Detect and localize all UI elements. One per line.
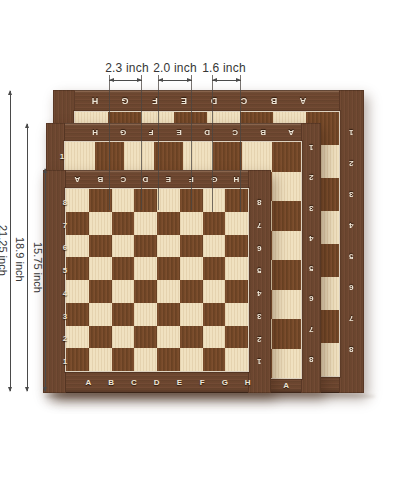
coordinate-label: A (77, 378, 100, 387)
guide-line (158, 75, 159, 210)
square-c4 (112, 280, 135, 303)
square-d4 (134, 280, 157, 303)
coordinate-label: H (225, 175, 248, 184)
square-a7 (272, 319, 302, 349)
square-d2 (134, 326, 157, 349)
square-b5 (89, 257, 112, 280)
square-d3 (134, 303, 157, 326)
coordinate-label: D (134, 175, 157, 184)
square-a6 (272, 290, 302, 320)
square-h2 (225, 326, 248, 349)
square-size-label-small: 1.6 inch (194, 61, 254, 75)
coordinate-label: 6 (309, 284, 313, 314)
coordinate-label: 5 (257, 259, 261, 282)
square-e7 (157, 212, 180, 235)
square-f2 (180, 326, 203, 349)
coordinate-label: 5 (309, 254, 313, 284)
square-b2 (89, 326, 112, 349)
coordinate-label: 7 (63, 214, 67, 237)
square-f7 (180, 212, 203, 235)
dimension-arrow-18-9-inch (27, 124, 28, 391)
coordinate-label: C (229, 96, 259, 106)
coordinate-label: 2 (309, 163, 313, 193)
coordinate-label: C (112, 175, 135, 184)
square-g6 (203, 235, 226, 258)
coordinate-label: H (80, 96, 110, 106)
square-h4 (225, 280, 248, 303)
file-labels-top: HGFEDCBA (80, 90, 318, 112)
square-g7 (203, 212, 226, 235)
dimension-arrow-2-3-inch (109, 80, 142, 81)
square-e1 (157, 348, 180, 371)
square-c2 (112, 326, 135, 349)
coordinate-label: B (259, 96, 289, 106)
coordinate-label: 8 (63, 191, 67, 214)
coordinate-label: A (66, 175, 89, 184)
square-e2 (157, 326, 180, 349)
square-e4 (157, 280, 180, 303)
coordinate-label: 3 (309, 194, 313, 224)
square-e8 (157, 189, 180, 212)
coordinate-label: 7 (309, 315, 313, 345)
chessboard-small: ABCDEFGH ABCDEFGH 87654321 87654321 (43, 170, 271, 393)
square-e6 (157, 235, 180, 258)
coordinate-label: E (165, 128, 193, 137)
coordinate-label: 6 (63, 237, 67, 260)
square-b6 (89, 235, 112, 258)
rank-labels-right: 12345678 (339, 117, 364, 365)
square-a1 (272, 142, 302, 172)
square-h3 (225, 303, 248, 326)
square-d1 (183, 142, 213, 172)
square-c1 (213, 142, 243, 172)
square-h5 (225, 257, 248, 280)
board-length-label-small: 15.75 inch (31, 221, 45, 313)
board-squares-small (66, 189, 248, 371)
coordinate-label: 3 (63, 305, 67, 328)
square-b4 (89, 280, 112, 303)
square-d5 (134, 257, 157, 280)
square-h1 (225, 348, 248, 371)
square-a4 (272, 231, 302, 261)
square-c7 (112, 212, 135, 235)
coordinate-label: A (288, 96, 318, 106)
coordinate-label: 1 (309, 133, 313, 163)
square-b1 (242, 142, 272, 172)
square-h7 (225, 212, 248, 235)
square-b1 (89, 348, 112, 371)
coordinate-label: 1 (349, 117, 353, 148)
coordinate-label: 8 (309, 345, 313, 375)
coordinate-label: E (169, 96, 199, 106)
square-g8 (203, 189, 226, 212)
square-a8 (272, 349, 302, 379)
coordinate-label: E (168, 378, 191, 387)
square-g5 (203, 257, 226, 280)
square-h6 (225, 235, 248, 258)
coordinate-label: H (81, 128, 109, 137)
guide-line (141, 75, 142, 210)
coordinate-label: D (193, 128, 221, 137)
coordinate-label: G (214, 378, 237, 387)
coordinate-label: E (157, 175, 180, 184)
coordinate-label: F (191, 378, 214, 387)
coordinate-label: F (140, 96, 170, 106)
product-image: HGFEDCBA 12345678 HGFEDCBA HGFEDCBA 1234… (0, 0, 400, 480)
board-length-label-medium: 18.9 inch (13, 221, 27, 297)
square-f5 (180, 257, 203, 280)
square-e5 (157, 257, 180, 280)
rank-labels-left: 87654321 (55, 191, 75, 373)
rank-labels-right: 12345678 (301, 133, 321, 375)
coordinate-label: 1 (60, 142, 64, 172)
coordinate-label: 8 (349, 334, 353, 365)
guide-line (212, 75, 213, 212)
square-c8 (112, 189, 135, 212)
coordinate-label: 2 (349, 148, 353, 179)
square-c6 (112, 235, 135, 258)
guide-line (240, 75, 241, 212)
square-d1 (134, 348, 157, 371)
square-d6 (134, 235, 157, 258)
coordinate-label: G (110, 96, 140, 106)
coordinate-label: D (145, 378, 168, 387)
dimension-arrow-21-25-inch (10, 91, 11, 391)
square-c3 (112, 303, 135, 326)
square-d7 (134, 212, 157, 235)
guide-line (191, 75, 192, 210)
coordinate-label: H (236, 378, 259, 387)
square-g2 (203, 326, 226, 349)
dimension-arrow-2-0-inch (158, 80, 192, 81)
square-g1 (203, 348, 226, 371)
coordinate-label: 3 (349, 179, 353, 210)
guide-line (109, 75, 110, 210)
square-b7 (89, 212, 112, 235)
file-labels-top: ABCDEFGH (66, 170, 248, 189)
dimension-arrow-15-75-inch (45, 169, 46, 391)
coordinate-label: 5 (63, 259, 67, 282)
coordinate-label: 7 (257, 214, 261, 237)
coordinate-label: 1 (63, 350, 67, 373)
coordinate-label: 8 (257, 191, 261, 214)
coordinate-label: 4 (63, 282, 67, 305)
square-f6 (180, 235, 203, 258)
board-length-label-large: 21.25 inch (0, 204, 10, 296)
square-f1 (124, 142, 154, 172)
file-labels-bottom: ABCDEFGH (77, 371, 259, 393)
square-d8 (134, 189, 157, 212)
coordinate-label: 5 (349, 241, 353, 272)
coordinate-label: B (100, 378, 123, 387)
coordinate-label: G (109, 128, 137, 137)
coordinate-label: 4 (257, 282, 261, 305)
coordinate-label: 4 (309, 224, 313, 254)
coordinate-label: B (249, 128, 277, 137)
square-a5 (272, 260, 302, 290)
square-f1 (180, 348, 203, 371)
coordinate-label: 1 (257, 350, 261, 373)
square-c5 (112, 257, 135, 280)
square-e3 (157, 303, 180, 326)
square-c1 (112, 348, 135, 371)
floor-shadow (44, 392, 376, 401)
coordinate-label: A (272, 381, 302, 390)
square-f3 (180, 303, 203, 326)
coordinate-label: 3 (257, 305, 261, 328)
square-a2 (272, 172, 302, 202)
coordinate-label: 7 (349, 303, 353, 334)
square-b3 (89, 303, 112, 326)
dimension-arrow-1-6-inch (212, 80, 241, 81)
coordinate-label: C (221, 128, 249, 137)
coordinate-label: 4 (349, 210, 353, 241)
coordinate-label: G (203, 175, 226, 184)
file-labels-top: HGFEDCBA (81, 123, 305, 142)
coordinate-label: D (199, 96, 229, 106)
coordinate-label: 2 (257, 328, 261, 351)
square-g4 (203, 280, 226, 303)
coordinate-label: 6 (349, 272, 353, 303)
coordinate-label: 2 (63, 328, 67, 351)
square-g3 (203, 303, 226, 326)
coordinate-label: C (123, 378, 146, 387)
square-h8 (225, 189, 248, 212)
square-a3 (272, 201, 302, 231)
coordinate-label: 6 (257, 237, 261, 260)
rank-labels-right: 87654321 (248, 191, 271, 373)
square-f4 (180, 280, 203, 303)
